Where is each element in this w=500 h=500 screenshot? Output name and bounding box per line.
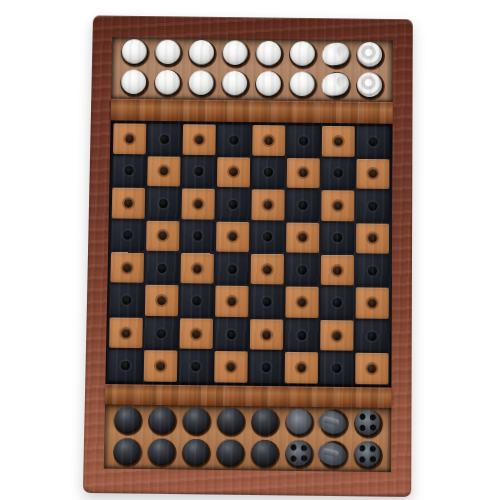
peg-hole	[194, 167, 203, 176]
tray-slot	[184, 69, 218, 100]
black-peg[interactable]	[355, 409, 380, 435]
board-square[interactable]	[216, 254, 249, 285]
peg-hole	[334, 169, 343, 178]
tray-slot	[351, 408, 385, 440]
board-square[interactable]	[250, 286, 283, 317]
peg-hole	[124, 166, 133, 175]
peg-hole	[157, 296, 166, 305]
board-square[interactable]	[181, 253, 214, 284]
board-square[interactable]	[182, 156, 215, 187]
board-square[interactable]	[286, 222, 319, 253]
peg-hole	[368, 331, 377, 340]
black-peg[interactable]	[183, 407, 209, 433]
board-square[interactable]	[285, 320, 318, 351]
black-piece-tray	[104, 404, 392, 472]
tray-slot	[351, 439, 386, 471]
peg-hole	[228, 232, 237, 241]
board-square[interactable]	[321, 190, 354, 221]
tray-slot	[144, 437, 179, 469]
black-peg[interactable]	[286, 409, 311, 435]
board-square[interactable]	[286, 254, 319, 285]
board-square[interactable]	[112, 188, 145, 219]
board-square[interactable]	[217, 157, 250, 188]
board-square[interactable]	[357, 127, 390, 157]
black-peg[interactable]	[286, 440, 312, 466]
board-square[interactable]	[109, 317, 143, 348]
black-peg[interactable]	[148, 438, 174, 464]
peg-hole	[367, 364, 376, 373]
peg-hole	[333, 233, 342, 242]
peg-hole	[227, 330, 236, 339]
peg-hole	[193, 264, 202, 273]
board-square[interactable]	[287, 126, 320, 156]
peg-hole	[159, 199, 168, 208]
black-peg[interactable]	[252, 408, 278, 434]
peg-hole	[297, 298, 306, 307]
board-square[interactable]	[148, 124, 181, 154]
peg-hole	[298, 233, 307, 242]
tray-slot	[247, 438, 282, 470]
board-square[interactable]	[145, 285, 179, 316]
peg-hole	[369, 137, 378, 146]
tray-inner	[104, 37, 393, 472]
board-square[interactable]	[322, 126, 355, 156]
board-square[interactable]	[108, 350, 142, 381]
peg-hole	[159, 167, 168, 176]
tray-slot	[179, 406, 214, 438]
board-square[interactable]	[147, 156, 180, 187]
tray-slot	[282, 407, 317, 439]
tray-slot	[218, 69, 252, 100]
tray-slot	[110, 436, 145, 468]
peg-hole	[299, 136, 308, 145]
peg-hole	[229, 168, 238, 177]
peg-hole	[157, 329, 166, 338]
peg-hole	[297, 330, 306, 339]
peg-hole	[333, 201, 342, 210]
board-square[interactable]	[144, 318, 178, 349]
white-peg[interactable]	[357, 72, 382, 97]
peg-hole	[194, 199, 203, 208]
black-peg[interactable]	[217, 439, 243, 465]
peg-hole	[298, 265, 307, 274]
peg-hole	[368, 266, 377, 275]
peg-hole	[262, 363, 271, 372]
peg-hole	[124, 198, 133, 207]
board	[105, 121, 392, 388]
board-square[interactable]	[285, 287, 318, 318]
board-square[interactable]	[320, 287, 353, 318]
board-square[interactable]	[287, 158, 320, 189]
tray-slot	[353, 71, 387, 102]
peg-hole	[192, 329, 201, 338]
peg-hole	[368, 299, 377, 308]
peg-hole	[264, 136, 273, 145]
peg-hole	[332, 364, 341, 373]
black-peg[interactable]	[217, 408, 243, 434]
board-square[interactable]	[251, 222, 284, 253]
peg-hole	[123, 263, 132, 272]
tray-slot	[117, 68, 151, 99]
tray-slot	[319, 71, 353, 102]
board-square[interactable]	[252, 125, 285, 155]
peg-hole	[298, 201, 307, 210]
board-square[interactable]	[356, 255, 389, 286]
board-square[interactable]	[321, 255, 354, 286]
tray-slot	[248, 407, 283, 439]
board-square[interactable]	[216, 189, 249, 220]
board-square[interactable]	[110, 285, 144, 316]
black-peg[interactable]	[114, 438, 140, 464]
board-square[interactable]	[356, 191, 389, 222]
board-square[interactable]	[286, 190, 319, 221]
tray-slot	[316, 408, 351, 440]
board-square[interactable]	[321, 222, 354, 253]
peg-hole	[368, 169, 377, 178]
board-square[interactable]	[320, 320, 353, 351]
board-square[interactable]	[144, 350, 178, 381]
peg-hole	[264, 200, 273, 209]
peg-hole	[368, 234, 377, 243]
peg-hole	[262, 330, 271, 339]
peg-hole	[297, 363, 306, 372]
board-square[interactable]	[112, 156, 145, 187]
board-square[interactable]	[250, 319, 283, 350]
board-square[interactable]	[216, 221, 249, 252]
peg-hole	[121, 328, 130, 337]
tray-slot	[320, 41, 354, 71]
tray-slot	[185, 39, 219, 69]
tray-slot	[252, 40, 286, 70]
peg-hole	[195, 135, 204, 144]
black-peg[interactable]	[183, 439, 209, 465]
tray-slot	[110, 405, 145, 437]
board-square[interactable]	[146, 220, 179, 251]
board-square[interactable]	[355, 353, 388, 384]
peg-hole	[333, 266, 342, 275]
board-square[interactable]	[215, 286, 248, 317]
tray-slot	[151, 39, 185, 69]
chess-tray-frame	[83, 15, 413, 497]
board-square[interactable]	[179, 351, 213, 382]
board-square[interactable]	[113, 124, 146, 154]
black-peg[interactable]	[251, 439, 277, 465]
board-square[interactable]	[110, 252, 144, 283]
board-square[interactable]	[355, 320, 388, 351]
tray-slot	[316, 439, 351, 471]
peg-hole	[123, 231, 132, 240]
tray-slot	[282, 438, 317, 470]
board-square[interactable]	[182, 189, 215, 220]
peg-hole	[192, 297, 201, 306]
peg-hole	[299, 168, 308, 177]
board-square[interactable]	[322, 158, 355, 189]
board-square[interactable]	[249, 352, 283, 383]
peg-hole	[158, 264, 167, 273]
peg-hole	[193, 232, 202, 241]
peg-hole	[264, 168, 273, 177]
board-square[interactable]	[111, 220, 145, 251]
board-square[interactable]	[285, 352, 318, 383]
peg-hole	[333, 298, 342, 307]
board-square[interactable]	[214, 351, 248, 382]
board-square[interactable]	[183, 124, 216, 154]
peg-hole	[160, 135, 169, 144]
peg-hole	[332, 331, 341, 340]
peg-hole	[226, 362, 235, 371]
board-square[interactable]	[180, 286, 214, 317]
peg-hole	[125, 134, 134, 143]
board-square[interactable]	[145, 253, 179, 284]
black-peg[interactable]	[149, 407, 175, 433]
board-square[interactable]	[251, 254, 284, 285]
peg-hole	[122, 296, 131, 305]
tray-slot	[213, 438, 248, 470]
tray-slot	[286, 70, 320, 101]
peg-hole	[191, 362, 200, 371]
peg-hole	[262, 297, 271, 306]
peg-hole	[228, 264, 237, 273]
board-square[interactable]	[179, 318, 213, 349]
tray-slot	[252, 70, 286, 101]
board-square[interactable]	[356, 288, 389, 319]
white-peg[interactable]	[290, 72, 315, 97]
peg-hole	[158, 231, 167, 240]
board-square[interactable]	[147, 188, 180, 219]
board-square[interactable]	[356, 223, 389, 254]
tray-slot	[353, 41, 387, 71]
peg-hole	[368, 201, 377, 210]
board-square[interactable]	[356, 159, 389, 190]
tray-slot	[219, 39, 253, 69]
peg-hole	[334, 137, 343, 146]
peg-hole	[156, 361, 165, 370]
white-piece-tray	[111, 37, 393, 102]
board-square[interactable]	[181, 221, 214, 252]
tray-slot	[213, 406, 248, 438]
tray-slot	[286, 40, 320, 70]
board-square[interactable]	[251, 189, 284, 220]
peg-hole	[263, 232, 272, 241]
tray-slot	[179, 437, 214, 469]
peg-hole	[229, 136, 238, 145]
board-square[interactable]	[215, 319, 249, 350]
board-square[interactable]	[252, 157, 285, 188]
board-square[interactable]	[217, 125, 250, 155]
product-photo-background	[0, 0, 500, 500]
black-peg[interactable]	[355, 441, 380, 467]
peg-hole	[227, 297, 236, 306]
peg-hole	[121, 361, 130, 370]
tray-slot	[145, 405, 180, 437]
board-square[interactable]	[320, 353, 353, 384]
tray-slot	[151, 69, 185, 100]
peg-hole	[229, 200, 238, 209]
tray-slot	[118, 38, 152, 68]
peg-hole	[263, 265, 272, 274]
